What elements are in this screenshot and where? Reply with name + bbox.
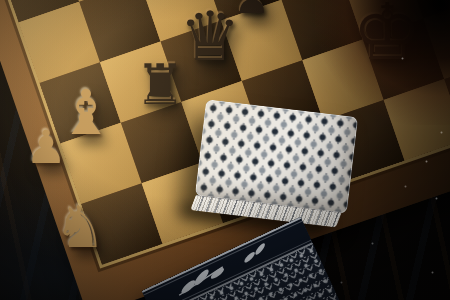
card-deck [195, 99, 358, 213]
chess-still-life-photo: ♞♟♝♜♛♟♚ [0, 0, 450, 300]
